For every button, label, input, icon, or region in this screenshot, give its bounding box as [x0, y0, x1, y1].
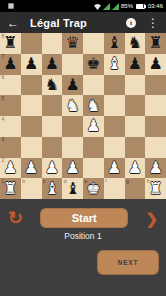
piece-white-knight[interactable]: ♞: [86, 98, 100, 114]
square-a6[interactable]: 6: [0, 75, 21, 96]
square-a5[interactable]: 5: [0, 95, 21, 116]
piece-black-knight[interactable]: ♞: [128, 35, 142, 51]
rank-label: 4: [2, 117, 5, 122]
piece-black-bishop[interactable]: ♝: [65, 181, 79, 197]
square-e4[interactable]: ♟: [83, 116, 104, 137]
square-g8[interactable]: ♞: [125, 33, 146, 54]
piece-white-knight[interactable]: ♞: [65, 98, 79, 114]
square-b6[interactable]: [21, 75, 42, 96]
info-icon[interactable]: i: [126, 18, 136, 28]
square-c6[interactable]: ♞: [42, 75, 63, 96]
piece-white-pawn[interactable]: ♟: [65, 160, 79, 176]
piece-white-pawn[interactable]: ♟: [128, 160, 142, 176]
piece-black-pawn[interactable]: ♟: [128, 56, 142, 72]
square-d6[interactable]: ♟: [62, 75, 83, 96]
square-g1[interactable]: g: [125, 178, 146, 199]
piece-white-rook[interactable]: ♜: [3, 181, 17, 197]
piece-black-pawn[interactable]: ♟: [45, 56, 59, 72]
square-d7[interactable]: [62, 54, 83, 75]
square-c4[interactable]: [42, 116, 63, 137]
square-b4[interactable]: [21, 116, 42, 137]
start-button[interactable]: Start: [40, 208, 128, 228]
position-label: Position 1: [0, 231, 166, 241]
square-f4[interactable]: [104, 116, 125, 137]
square-d1[interactable]: d♝: [62, 178, 83, 199]
square-b2[interactable]: ♟: [21, 158, 42, 179]
square-g5[interactable]: [125, 95, 146, 116]
square-f3[interactable]: [104, 137, 125, 158]
piece-black-pawn[interactable]: ♟: [3, 56, 17, 72]
square-c1[interactable]: c♝: [42, 178, 63, 199]
rank-label: 6: [2, 75, 5, 80]
screenshot-notification-icon: [8, 3, 14, 9]
square-c2[interactable]: ♟: [42, 158, 63, 179]
square-d4[interactable]: [62, 116, 83, 137]
file-label: b: [22, 179, 25, 184]
controls-panel: ↺ Start ❯ Position 1 NEXT: [0, 199, 166, 296]
file-label: f: [105, 179, 106, 184]
wifi-icon: [94, 3, 101, 10]
square-e1[interactable]: e♚: [83, 178, 104, 199]
square-b8[interactable]: [21, 33, 42, 54]
signal-sim1-icon: [103, 3, 110, 10]
rank-label: 5: [2, 96, 5, 101]
square-f5[interactable]: [104, 95, 125, 116]
page-title: Légal Trap: [30, 17, 87, 29]
square-c3[interactable]: [42, 137, 63, 158]
piece-black-bishop[interactable]: ♝: [107, 35, 121, 51]
file-label: g: [126, 179, 129, 184]
square-c7[interactable]: ♟: [42, 54, 63, 75]
square-g2[interactable]: ♟: [125, 158, 146, 179]
square-h7[interactable]: ♟: [145, 54, 166, 75]
rank-label: 3: [2, 137, 5, 142]
piece-white-pawn[interactable]: ♟: [24, 160, 38, 176]
piece-black-rook[interactable]: ♜: [148, 35, 162, 51]
piece-black-king[interactable]: ♚: [86, 56, 100, 72]
square-b1[interactable]: b: [21, 178, 42, 199]
status-clock: 03:46: [148, 3, 163, 9]
square-h2[interactable]: ♟: [145, 158, 166, 179]
status-bar: 85% 03:46: [0, 0, 166, 12]
square-b3[interactable]: [21, 137, 42, 158]
back-icon[interactable]: ←: [7, 17, 19, 29]
chess-board: 8♜♛♝♞♜7♟♟♟♚♝♟♟6♞♟5♞♞4♟32♟♟♟♟♟♟♟1♜bc♝d♝e♚…: [0, 33, 166, 199]
signal-sim2-icon: [112, 3, 119, 10]
square-h6[interactable]: [145, 75, 166, 96]
square-e7[interactable]: ♚: [83, 54, 104, 75]
app-bar: ← Légal Trap i ⋮: [0, 12, 166, 33]
square-f2[interactable]: ♟: [104, 158, 125, 179]
piece-white-pawn[interactable]: ♟: [45, 160, 59, 176]
piece-black-pawn[interactable]: ♟: [24, 56, 38, 72]
square-h8[interactable]: ♜: [145, 33, 166, 54]
square-a8[interactable]: 8♜: [0, 33, 21, 54]
square-e3[interactable]: [83, 137, 104, 158]
square-d2[interactable]: ♟: [62, 158, 83, 179]
overflow-menu-icon[interactable]: ⋮: [147, 17, 159, 29]
square-e5[interactable]: ♞: [83, 95, 104, 116]
square-f8[interactable]: ♝: [104, 33, 125, 54]
square-a1[interactable]: 1♜: [0, 178, 21, 199]
square-b5[interactable]: [21, 95, 42, 116]
app-window: 85% 03:46 ← Légal Trap i ⋮ 8♜♛♝♞♜7♟♟♟♚♝♟…: [0, 0, 166, 296]
square-d5[interactable]: ♞: [62, 95, 83, 116]
piece-black-pawn[interactable]: ♟: [65, 77, 79, 93]
square-f7[interactable]: ♝: [104, 54, 125, 75]
square-h3[interactable]: [145, 137, 166, 158]
piece-white-pawn[interactable]: ♟: [3, 160, 17, 176]
next-move-chevron-icon[interactable]: ❯: [145, 211, 158, 226]
square-a3[interactable]: 3: [0, 137, 21, 158]
battery-icon: [136, 4, 145, 9]
piece-white-bishop[interactable]: ♝: [107, 56, 121, 72]
square-d8[interactable]: ♛: [62, 33, 83, 54]
square-a2[interactable]: 2♟: [0, 158, 21, 179]
square-d3[interactable]: [62, 137, 83, 158]
battery-percent: 85%: [121, 3, 133, 9]
square-f1[interactable]: f: [104, 178, 125, 199]
piece-black-knight[interactable]: ♞: [45, 77, 59, 93]
square-h5[interactable]: [145, 95, 166, 116]
square-b7[interactable]: ♟: [21, 54, 42, 75]
square-g4[interactable]: [125, 116, 146, 137]
square-a7[interactable]: 7♟: [0, 54, 21, 75]
next-button[interactable]: NEXT: [97, 250, 159, 275]
square-a4[interactable]: 4: [0, 116, 21, 137]
piece-black-rook[interactable]: ♜: [3, 35, 17, 51]
square-c8[interactable]: [42, 33, 63, 54]
square-f6[interactable]: [104, 75, 125, 96]
square-h4[interactable]: [145, 116, 166, 137]
square-h1[interactable]: h♜: [145, 178, 166, 199]
piece-white-king[interactable]: ♚: [86, 181, 100, 197]
square-e6[interactable]: [83, 75, 104, 96]
piece-white-pawn[interactable]: ♟: [86, 118, 100, 134]
piece-white-pawn[interactable]: ♟: [107, 160, 121, 176]
piece-white-bishop[interactable]: ♝: [45, 181, 59, 197]
square-c5[interactable]: [42, 95, 63, 116]
square-e8[interactable]: [83, 33, 104, 54]
square-e2[interactable]: [83, 158, 104, 179]
piece-black-pawn[interactable]: ♟: [148, 56, 162, 72]
piece-white-pawn[interactable]: ♟: [148, 160, 162, 176]
square-g7[interactable]: ♟: [125, 54, 146, 75]
restart-icon[interactable]: ↺: [8, 209, 23, 227]
piece-white-rook[interactable]: ♜: [148, 181, 162, 197]
piece-black-queen[interactable]: ♛: [65, 35, 79, 51]
square-g3[interactable]: [125, 137, 146, 158]
square-g6[interactable]: [125, 75, 146, 96]
